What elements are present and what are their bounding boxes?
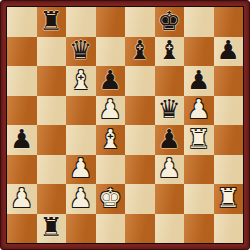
white-pawn-d5[interactable]: ♟ bbox=[99, 96, 122, 122]
square-b3[interactable] bbox=[37, 155, 67, 185]
white-king-d2[interactable]: ♚ bbox=[99, 185, 122, 211]
square-h4[interactable] bbox=[214, 125, 244, 155]
square-b5[interactable] bbox=[37, 96, 67, 126]
white-pawn-c3[interactable]: ♟ bbox=[69, 155, 92, 181]
black-rook-b1[interactable]: ♜ bbox=[40, 214, 63, 240]
square-d1[interactable] bbox=[96, 214, 126, 244]
board-frame: ♜♚♛♝♝♟♝♟♟♟♛♟♟♝♟♜♟♟♟♟♚♜♜ bbox=[0, 0, 250, 250]
square-h2[interactable]: ♜ bbox=[214, 184, 244, 214]
square-h8[interactable] bbox=[214, 7, 244, 37]
white-pawn-f3[interactable]: ♟ bbox=[158, 155, 181, 181]
square-e1[interactable] bbox=[125, 214, 155, 244]
square-g5[interactable]: ♟ bbox=[184, 96, 214, 126]
square-g8[interactable] bbox=[184, 7, 214, 37]
square-f5[interactable]: ♛ bbox=[155, 96, 185, 126]
square-d6[interactable]: ♟ bbox=[96, 66, 126, 96]
square-c6[interactable]: ♝ bbox=[66, 66, 96, 96]
black-bishop-e7[interactable]: ♝ bbox=[128, 37, 151, 63]
square-f2[interactable] bbox=[155, 184, 185, 214]
square-c2[interactable]: ♟ bbox=[66, 184, 96, 214]
square-g3[interactable] bbox=[184, 155, 214, 185]
square-a4[interactable]: ♟ bbox=[7, 125, 37, 155]
black-queen-c7[interactable]: ♛ bbox=[69, 37, 92, 63]
black-rook-b8[interactable]: ♜ bbox=[40, 8, 63, 34]
square-b4[interactable] bbox=[37, 125, 67, 155]
square-g2[interactable] bbox=[184, 184, 214, 214]
square-e6[interactable] bbox=[125, 66, 155, 96]
square-f6[interactable] bbox=[155, 66, 185, 96]
white-pawn-g5[interactable]: ♟ bbox=[187, 96, 210, 122]
square-d7[interactable] bbox=[96, 37, 126, 67]
square-f4[interactable]: ♟ bbox=[155, 125, 185, 155]
square-c3[interactable]: ♟ bbox=[66, 155, 96, 185]
square-g7[interactable] bbox=[184, 37, 214, 67]
black-pawn-f4[interactable]: ♟ bbox=[158, 126, 181, 152]
square-d8[interactable] bbox=[96, 7, 126, 37]
white-rook-g4[interactable]: ♜ bbox=[187, 126, 210, 152]
square-a2[interactable]: ♟ bbox=[7, 184, 37, 214]
square-g6[interactable]: ♟ bbox=[184, 66, 214, 96]
black-pawn-a4[interactable]: ♟ bbox=[10, 126, 33, 152]
square-b2[interactable] bbox=[37, 184, 67, 214]
white-pawn-a2[interactable]: ♟ bbox=[10, 185, 33, 211]
black-queen-f5[interactable]: ♛ bbox=[158, 96, 181, 122]
square-e3[interactable] bbox=[125, 155, 155, 185]
square-a7[interactable] bbox=[7, 37, 37, 67]
square-d2[interactable]: ♚ bbox=[96, 184, 126, 214]
black-pawn-g6[interactable]: ♟ bbox=[187, 67, 210, 93]
square-e5[interactable] bbox=[125, 96, 155, 126]
white-bishop-d4[interactable]: ♝ bbox=[99, 126, 122, 152]
square-a3[interactable] bbox=[7, 155, 37, 185]
black-pawn-d6[interactable]: ♟ bbox=[99, 67, 122, 93]
square-b8[interactable]: ♜ bbox=[37, 7, 67, 37]
square-d4[interactable]: ♝ bbox=[96, 125, 126, 155]
square-e8[interactable] bbox=[125, 7, 155, 37]
square-c1[interactable] bbox=[66, 214, 96, 244]
square-f3[interactable]: ♟ bbox=[155, 155, 185, 185]
white-bishop-c6[interactable]: ♝ bbox=[69, 67, 92, 93]
black-pawn-h7[interactable]: ♟ bbox=[217, 37, 240, 63]
square-h3[interactable] bbox=[214, 155, 244, 185]
square-f1[interactable] bbox=[155, 214, 185, 244]
square-c8[interactable] bbox=[66, 7, 96, 37]
square-d3[interactable] bbox=[96, 155, 126, 185]
square-f7[interactable]: ♝ bbox=[155, 37, 185, 67]
white-pawn-c2[interactable]: ♟ bbox=[69, 185, 92, 211]
square-a5[interactable] bbox=[7, 96, 37, 126]
square-h5[interactable] bbox=[214, 96, 244, 126]
black-king-f8[interactable]: ♚ bbox=[158, 8, 181, 34]
square-h6[interactable] bbox=[214, 66, 244, 96]
square-a8[interactable] bbox=[7, 7, 37, 37]
white-rook-h2[interactable]: ♜ bbox=[217, 185, 240, 211]
square-e7[interactable]: ♝ bbox=[125, 37, 155, 67]
square-g4[interactable]: ♜ bbox=[184, 125, 214, 155]
square-g1[interactable] bbox=[184, 214, 214, 244]
square-h1[interactable] bbox=[214, 214, 244, 244]
square-f8[interactable]: ♚ bbox=[155, 7, 185, 37]
board: ♜♚♛♝♝♟♝♟♟♟♛♟♟♝♟♜♟♟♟♟♚♜♜ bbox=[6, 6, 244, 244]
square-e4[interactable] bbox=[125, 125, 155, 155]
square-a6[interactable] bbox=[7, 66, 37, 96]
black-bishop-f7[interactable]: ♝ bbox=[158, 37, 181, 63]
square-c4[interactable] bbox=[66, 125, 96, 155]
square-c7[interactable]: ♛ bbox=[66, 37, 96, 67]
square-h7[interactable]: ♟ bbox=[214, 37, 244, 67]
square-b7[interactable] bbox=[37, 37, 67, 67]
square-d5[interactable]: ♟ bbox=[96, 96, 126, 126]
square-e2[interactable] bbox=[125, 184, 155, 214]
square-b1[interactable]: ♜ bbox=[37, 214, 67, 244]
square-b6[interactable] bbox=[37, 66, 67, 96]
square-a1[interactable] bbox=[7, 214, 37, 244]
square-c5[interactable] bbox=[66, 96, 96, 126]
